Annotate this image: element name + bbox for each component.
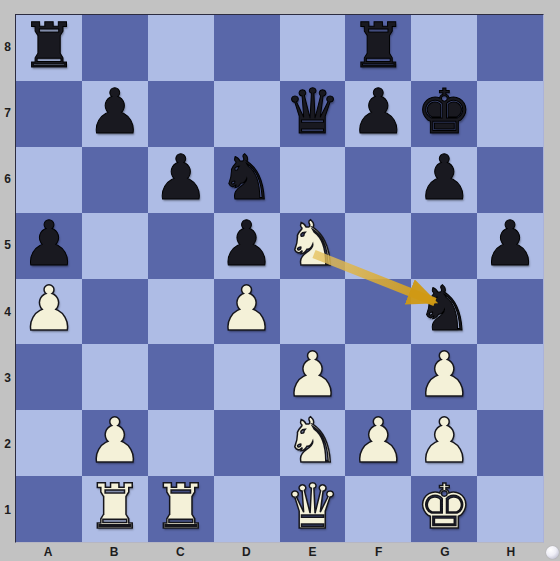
square-c1[interactable]: ♜ [148,476,214,542]
square-f1[interactable] [345,476,411,542]
square-b4[interactable] [82,279,148,345]
square-f6[interactable] [345,147,411,213]
white-king-g1[interactable]: ♚ [416,476,472,538]
square-f8[interactable]: ♜ [345,15,411,81]
black-queen-e7[interactable]: ♛ [285,81,341,143]
square-e7[interactable]: ♛ [280,81,346,147]
file-label-g: G [412,543,478,561]
rank-label-3: 3 [0,345,15,411]
square-a2[interactable] [16,410,82,476]
black-knight-g4[interactable]: ♞ [416,278,472,340]
square-h8[interactable] [477,15,543,81]
square-d5[interactable]: ♟ [214,213,280,279]
square-c2[interactable] [148,410,214,476]
square-h6[interactable] [477,147,543,213]
file-label-a: A [15,543,81,561]
square-a7[interactable] [16,81,82,147]
file-label-d: D [213,543,279,561]
rank-label-5: 5 [0,212,15,278]
white-pawn-g3[interactable]: ♟ [416,344,472,406]
rank-label-8: 8 [0,14,15,80]
chess-board[interactable]: ♜♜♟♛♟♚♟♞♟♟♟♞♟♟♟♞♟♟♟♞♟♟♜♜♛♚ [15,14,544,543]
square-d2[interactable] [214,410,280,476]
square-g1[interactable]: ♚ [411,476,477,542]
file-label-c: C [147,543,213,561]
square-d7[interactable] [214,81,280,147]
rank-label-2: 2 [0,411,15,477]
square-h3[interactable] [477,344,543,410]
white-knight-e2[interactable]: ♞ [285,410,341,472]
square-b6[interactable] [82,147,148,213]
white-pawn-b2[interactable]: ♟ [87,410,143,472]
square-g4[interactable]: ♞ [411,279,477,345]
square-h2[interactable] [477,410,543,476]
square-c8[interactable] [148,15,214,81]
square-g8[interactable] [411,15,477,81]
rank-label-1: 1 [0,477,15,543]
square-b1[interactable]: ♜ [82,476,148,542]
black-knight-d6[interactable]: ♞ [219,147,275,209]
square-h1[interactable] [477,476,543,542]
chess-app-window: 87654321 ♜♜♟♛♟♚♟♞♟♟♟♞♟♟♟♞♟♟♟♞♟♟♜♜♛♚ ABCD… [0,0,560,561]
rank-label-4: 4 [0,279,15,345]
rank-labels: 87654321 [0,14,15,543]
square-e5[interactable]: ♞ [280,213,346,279]
black-pawn-f7[interactable]: ♟ [351,81,407,143]
black-pawn-b7[interactable]: ♟ [87,81,143,143]
square-c5[interactable] [148,213,214,279]
file-label-h: H [478,543,544,561]
black-pawn-d5[interactable]: ♟ [219,213,275,275]
square-d4[interactable]: ♟ [214,279,280,345]
square-a6[interactable] [16,147,82,213]
black-pawn-a5[interactable]: ♟ [21,213,77,275]
square-a8[interactable]: ♜ [16,15,82,81]
square-c4[interactable] [148,279,214,345]
square-f4[interactable] [345,279,411,345]
white-pawn-g2[interactable]: ♟ [416,410,472,472]
white-queen-e1[interactable]: ♛ [285,476,341,538]
black-pawn-h5[interactable]: ♟ [482,213,538,275]
square-a3[interactable] [16,344,82,410]
white-pawn-d4[interactable]: ♟ [219,278,275,340]
square-c3[interactable] [148,344,214,410]
square-a4[interactable]: ♟ [16,279,82,345]
white-pawn-e3[interactable]: ♟ [285,344,341,406]
square-a1[interactable] [16,476,82,542]
square-f2[interactable]: ♟ [345,410,411,476]
rank-label-6: 6 [0,146,15,212]
file-label-f: F [346,543,412,561]
square-h5[interactable]: ♟ [477,213,543,279]
black-king-g7[interactable]: ♚ [416,81,472,143]
square-f3[interactable] [345,344,411,410]
rank-label-7: 7 [0,80,15,146]
file-label-e: E [280,543,346,561]
square-b3[interactable] [82,344,148,410]
square-g7[interactable]: ♚ [411,81,477,147]
white-rook-c1[interactable]: ♜ [153,476,209,538]
square-h7[interactable] [477,81,543,147]
square-e8[interactable] [280,15,346,81]
square-a5[interactable]: ♟ [16,213,82,279]
square-b7[interactable]: ♟ [82,81,148,147]
white-knight-e5[interactable]: ♞ [285,213,341,275]
file-label-b: B [81,543,147,561]
square-c7[interactable] [148,81,214,147]
square-b8[interactable] [82,15,148,81]
square-e3[interactable]: ♟ [280,344,346,410]
white-rook-b1[interactable]: ♜ [87,476,143,538]
square-g6[interactable]: ♟ [411,147,477,213]
square-e1[interactable]: ♛ [280,476,346,542]
white-pawn-f2[interactable]: ♟ [351,410,407,472]
square-f7[interactable]: ♟ [345,81,411,147]
black-rook-a8[interactable]: ♜ [21,15,77,77]
square-d8[interactable] [214,15,280,81]
square-g5[interactable] [411,213,477,279]
square-e4[interactable] [280,279,346,345]
square-d3[interactable] [214,344,280,410]
white-to-move-indicator-ball [546,546,559,559]
black-pawn-c6[interactable]: ♟ [153,147,209,209]
file-labels: ABCDEFGH [15,543,544,561]
square-b2[interactable]: ♟ [82,410,148,476]
square-g3[interactable]: ♟ [411,344,477,410]
square-c6[interactable]: ♟ [148,147,214,213]
square-d1[interactable] [214,476,280,542]
square-f5[interactable] [345,213,411,279]
square-g2[interactable]: ♟ [411,410,477,476]
square-h4[interactable] [477,279,543,345]
black-rook-f8[interactable]: ♜ [351,15,407,77]
square-e6[interactable] [280,147,346,213]
square-b5[interactable] [82,213,148,279]
black-pawn-g6[interactable]: ♟ [416,147,472,209]
square-e2[interactable]: ♞ [280,410,346,476]
square-d6[interactable]: ♞ [214,147,280,213]
white-pawn-a4[interactable]: ♟ [21,278,77,340]
